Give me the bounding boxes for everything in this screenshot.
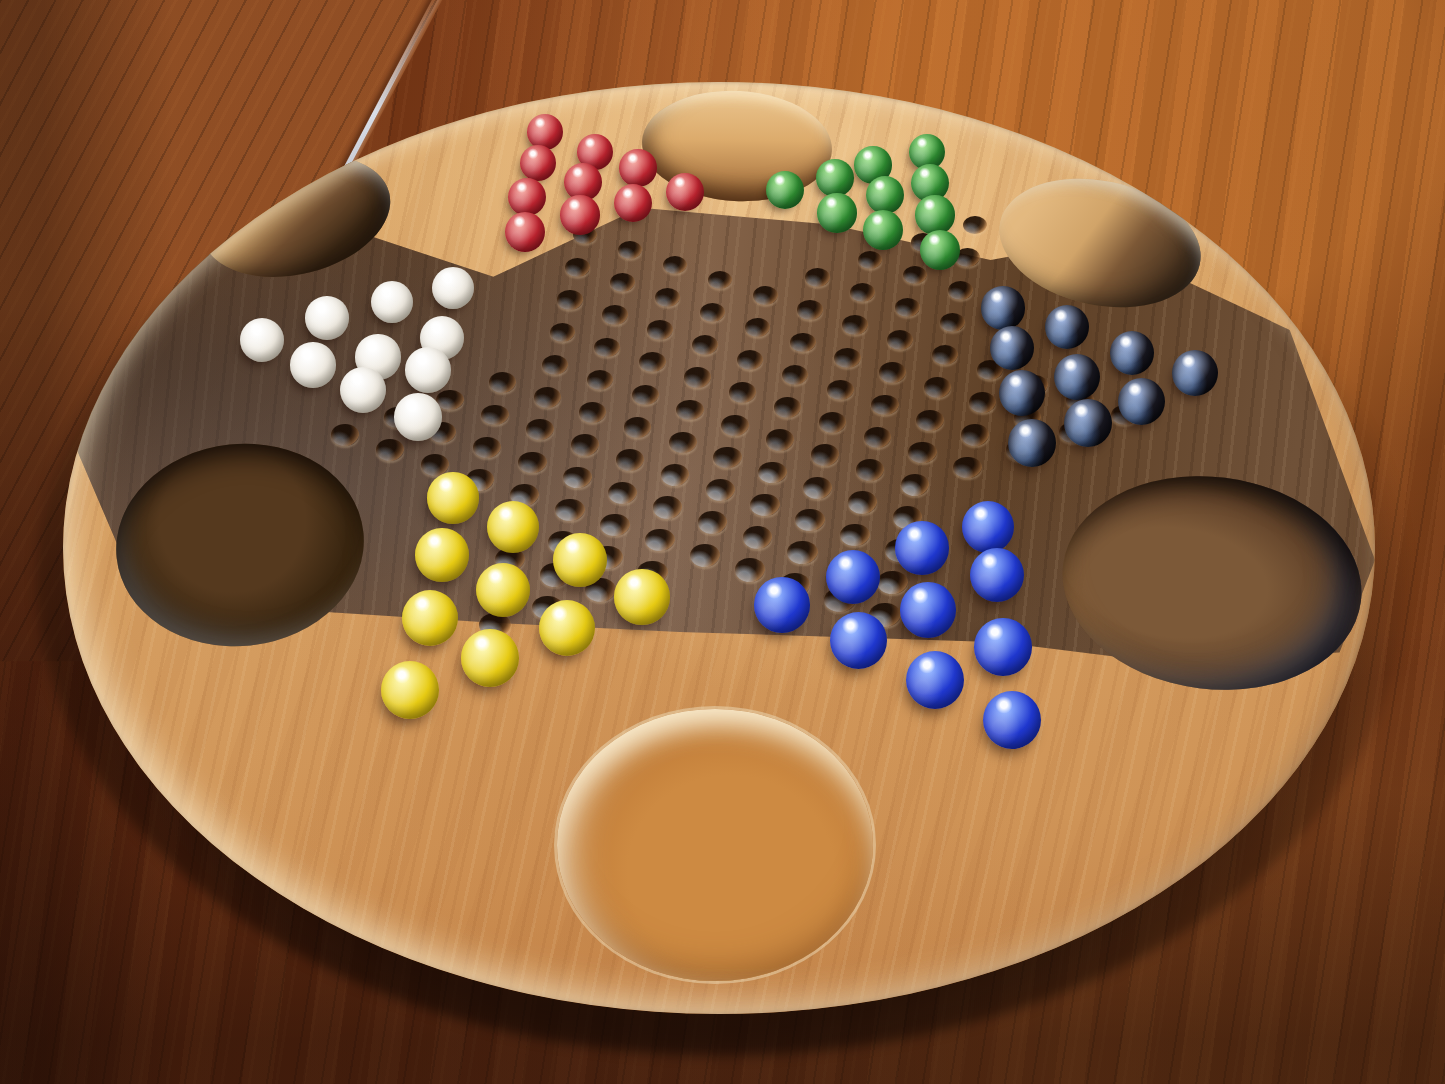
board-hole[interactable] bbox=[953, 457, 982, 479]
board-hole[interactable] bbox=[632, 385, 659, 406]
marble-green[interactable] bbox=[866, 176, 904, 214]
board-hole[interactable] bbox=[706, 479, 735, 501]
board-hole[interactable] bbox=[610, 273, 635, 292]
board-hole[interactable] bbox=[669, 432, 697, 453]
board-hole[interactable] bbox=[753, 286, 778, 305]
board-hole[interactable] bbox=[684, 367, 711, 387]
board-hole[interactable] bbox=[827, 380, 854, 401]
board-hole[interactable] bbox=[645, 529, 675, 552]
board-hole[interactable] bbox=[579, 402, 606, 423]
board-hole[interactable] bbox=[676, 400, 703, 421]
board-hole[interactable] bbox=[735, 558, 766, 581]
board-hole[interactable] bbox=[692, 335, 718, 355]
marble-red[interactable] bbox=[520, 145, 557, 182]
board-hole[interactable] bbox=[608, 482, 637, 504]
marble-white[interactable] bbox=[290, 342, 335, 387]
board-hole[interactable] bbox=[961, 424, 989, 445]
marble-red[interactable] bbox=[619, 149, 656, 186]
marble-blue[interactable] bbox=[895, 521, 948, 574]
marble-red[interactable] bbox=[508, 178, 546, 216]
board-hole[interactable] bbox=[811, 444, 839, 466]
marble-yellow[interactable] bbox=[402, 590, 458, 646]
board-hole[interactable] bbox=[557, 290, 582, 309]
board-hole[interactable] bbox=[797, 300, 822, 319]
board-hole[interactable] bbox=[542, 355, 569, 375]
board-hole[interactable] bbox=[924, 377, 951, 398]
board-hole[interactable] bbox=[877, 571, 908, 594]
marble-blue[interactable] bbox=[826, 550, 880, 604]
board-hole[interactable] bbox=[805, 268, 830, 287]
marble-white[interactable] bbox=[432, 267, 474, 309]
board-hole[interactable] bbox=[571, 434, 599, 455]
board-hole[interactable] bbox=[795, 509, 825, 532]
marble-blue[interactable] bbox=[754, 577, 810, 633]
board-hole[interactable] bbox=[713, 447, 741, 469]
board-hole[interactable] bbox=[653, 496, 682, 518]
board-hole[interactable] bbox=[376, 439, 404, 460]
board-hole[interactable] bbox=[963, 216, 987, 234]
board-hole[interactable] bbox=[489, 372, 516, 392]
board-hole[interactable] bbox=[616, 449, 644, 471]
marble-yellow[interactable] bbox=[487, 501, 539, 553]
board-hole[interactable] bbox=[618, 241, 642, 259]
board-hole[interactable] bbox=[887, 330, 913, 350]
marble-green[interactable] bbox=[817, 193, 856, 232]
board-hole[interactable] bbox=[932, 345, 958, 365]
marble-red[interactable] bbox=[505, 212, 545, 252]
board-hole[interactable] bbox=[602, 305, 628, 324]
board-hole[interactable] bbox=[518, 452, 546, 474]
marble-yellow[interactable] bbox=[614, 569, 669, 624]
marble-blue[interactable] bbox=[830, 612, 887, 669]
board-hole[interactable] bbox=[969, 392, 996, 413]
marble-yellow[interactable] bbox=[461, 629, 519, 687]
marble-black[interactable] bbox=[1064, 399, 1112, 447]
marble-white[interactable] bbox=[240, 318, 284, 362]
marble-blue[interactable] bbox=[974, 618, 1031, 675]
board-hole[interactable] bbox=[555, 499, 584, 521]
board-hole[interactable] bbox=[700, 303, 725, 322]
board-hole[interactable] bbox=[840, 524, 870, 547]
board-hole[interactable] bbox=[647, 320, 673, 340]
board-hole[interactable] bbox=[848, 491, 877, 513]
marble-red[interactable] bbox=[560, 195, 599, 234]
board-hole[interactable] bbox=[481, 405, 509, 426]
marble-black[interactable] bbox=[1054, 354, 1100, 400]
board-hole[interactable] bbox=[774, 397, 801, 418]
marble-yellow[interactable] bbox=[415, 528, 468, 581]
marble-yellow[interactable] bbox=[427, 472, 478, 523]
board-hole[interactable] bbox=[737, 350, 763, 370]
board-hole[interactable] bbox=[834, 348, 860, 368]
board-hole[interactable] bbox=[916, 410, 944, 431]
board-hole[interactable] bbox=[750, 494, 779, 516]
board-hole[interactable] bbox=[600, 514, 630, 537]
board-hole[interactable] bbox=[690, 544, 720, 567]
board-hole[interactable] bbox=[534, 387, 561, 408]
marble-red[interactable] bbox=[527, 114, 563, 150]
board-hole[interactable] bbox=[698, 511, 728, 534]
board-hole[interactable] bbox=[563, 467, 592, 489]
marble-green[interactable] bbox=[766, 171, 804, 209]
marble-black[interactable] bbox=[1045, 305, 1089, 349]
chinese-checkers-board bbox=[63, 82, 1375, 1014]
marble-white[interactable] bbox=[305, 296, 348, 339]
marble-white[interactable] bbox=[405, 347, 451, 393]
board-hole[interactable] bbox=[721, 415, 749, 436]
board-hole[interactable] bbox=[661, 464, 690, 486]
board-hole[interactable] bbox=[766, 429, 794, 450]
marble-blue[interactable] bbox=[906, 651, 964, 709]
board-hole[interactable] bbox=[901, 474, 930, 496]
board-hole[interactable] bbox=[856, 459, 885, 481]
board-hole[interactable] bbox=[908, 442, 936, 464]
board-hole[interactable] bbox=[743, 526, 773, 549]
marble-black[interactable] bbox=[1172, 350, 1218, 396]
board-hole[interactable] bbox=[842, 315, 868, 335]
marble-black[interactable] bbox=[981, 286, 1024, 329]
marble-green[interactable] bbox=[863, 210, 903, 250]
board-hole[interactable] bbox=[803, 477, 832, 499]
table-surface bbox=[0, 0, 1445, 1084]
marble-yellow[interactable] bbox=[539, 600, 595, 656]
marble-blue[interactable] bbox=[983, 691, 1041, 749]
board-hole[interactable] bbox=[819, 412, 847, 433]
marble-blue[interactable] bbox=[970, 548, 1024, 602]
marble-yellow[interactable] bbox=[381, 661, 439, 719]
board-hole[interactable] bbox=[850, 283, 875, 302]
board-hole[interactable] bbox=[729, 382, 756, 403]
board-hole[interactable] bbox=[331, 424, 359, 445]
marble-blue[interactable] bbox=[962, 501, 1014, 553]
board-hole[interactable] bbox=[948, 281, 973, 300]
marble-white[interactable] bbox=[394, 393, 442, 441]
board-hole[interactable] bbox=[436, 390, 463, 411]
board-hole[interactable] bbox=[787, 541, 817, 564]
tray-bottom-center[interactable] bbox=[557, 709, 873, 981]
marble-green[interactable] bbox=[915, 195, 954, 234]
marble-green[interactable] bbox=[816, 159, 854, 197]
marble-blue[interactable] bbox=[900, 582, 956, 638]
board-hole[interactable] bbox=[565, 258, 590, 277]
board-hole[interactable] bbox=[879, 362, 906, 382]
board-hole[interactable] bbox=[871, 395, 898, 416]
board-hole[interactable] bbox=[790, 333, 816, 353]
marble-red[interactable] bbox=[666, 173, 704, 211]
board-hole[interactable] bbox=[758, 462, 787, 484]
board-hole[interactable] bbox=[655, 288, 680, 307]
marble-yellow[interactable] bbox=[553, 533, 607, 587]
